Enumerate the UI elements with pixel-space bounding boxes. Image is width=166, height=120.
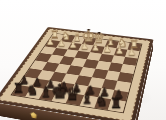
- black-knight[interactable]: ♞: [26, 84, 38, 97]
- square-a8[interactable]: ♜: [108, 100, 125, 113]
- square-a3[interactable]: [123, 57, 138, 66]
- white-pawn[interactable]: ♟: [104, 44, 113, 53]
- chess-board: ♜♞♝♚♛♝♞♜♟♟♟♟♟♟♟♟♟♟♟♟♟♟♟♟♜♞♝♚♛♝♞♜: [0, 27, 154, 120]
- black-knight[interactable]: ♞: [95, 94, 108, 108]
- brass-clasp-icon: [29, 112, 37, 119]
- black-bishop[interactable]: ♝: [80, 91, 93, 106]
- white-pawn[interactable]: ♟: [92, 43, 100, 52]
- white-pawn[interactable]: ♟: [47, 37, 55, 46]
- white-pawn[interactable]: ♟: [115, 46, 124, 56]
- black-rook[interactable]: ♜: [109, 96, 122, 110]
- black-rook[interactable]: ♜: [13, 82, 25, 95]
- perspective-scene: ♜♞♝♚♛♝♞♜♟♟♟♟♟♟♟♟♟♟♟♟♟♟♟♟♜♞♝♚♛♝♞♜: [0, 0, 166, 120]
- white-pawn[interactable]: ♟: [127, 47, 136, 57]
- white-pawn[interactable]: ♟: [58, 39, 66, 48]
- black-queen[interactable]: ♛: [65, 87, 80, 104]
- chess-set-photo: ♜♞♝♚♛♝♞♜♟♟♟♟♟♟♟♟♟♟♟♟♟♟♟♟♜♞♝♚♛♝♞♜: [0, 0, 166, 120]
- white-pawn[interactable]: ♟: [80, 42, 88, 51]
- white-pawn[interactable]: ♟: [69, 40, 77, 49]
